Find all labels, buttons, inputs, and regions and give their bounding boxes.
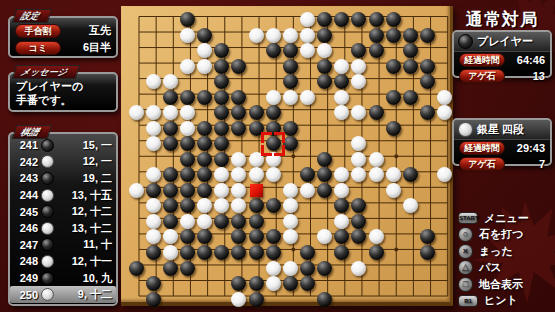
black-stone — [146, 245, 161, 260]
black-stone — [403, 43, 418, 58]
white-stone — [351, 59, 366, 74]
black-stone — [300, 276, 315, 291]
black-stone — [317, 183, 332, 198]
black-stone — [249, 198, 264, 213]
white-stone — [300, 183, 315, 198]
setting-value: 6目半 — [83, 40, 111, 55]
black-stone — [317, 152, 332, 167]
white-stone — [369, 152, 384, 167]
move-coordinate: 19, 二 — [57, 171, 112, 186]
black-stone — [163, 261, 178, 276]
black-stone — [420, 59, 435, 74]
setting-label: コミ — [15, 41, 61, 55]
white-stone — [180, 28, 195, 43]
black-stone — [386, 12, 401, 27]
white-stone — [300, 90, 315, 105]
black-stone — [420, 245, 435, 260]
kifu-move-row[interactable]: 246 13, 十二 — [10, 220, 116, 237]
white-stone — [197, 59, 212, 74]
black-stone — [317, 12, 332, 27]
kifu-move-row[interactable]: 244 13, 十五 — [10, 187, 116, 204]
control-label: 石を打つ — [479, 227, 524, 242]
white-stone — [180, 214, 195, 229]
black-stone — [369, 12, 384, 27]
black-stone — [146, 183, 161, 198]
move-number: 242 — [14, 156, 38, 168]
white-stone — [197, 214, 212, 229]
elapsed-time-row: 経過時間 64:46 — [454, 52, 550, 68]
black-stone — [300, 261, 315, 276]
white-stone — [283, 90, 298, 105]
black-stone — [214, 59, 229, 74]
time-label: 経過時間 — [459, 53, 505, 67]
move-number: 250 — [14, 289, 38, 301]
control-item[interactable]: ○石を打つ — [458, 227, 529, 244]
white-stone-icon — [41, 222, 54, 235]
black-stone — [180, 183, 195, 198]
black-stone-icon — [41, 205, 54, 218]
white-stone — [266, 28, 281, 43]
black-stone — [317, 292, 332, 307]
black-stone — [420, 28, 435, 43]
white-stone-icon — [41, 255, 54, 268]
black-stone — [283, 59, 298, 74]
message-line: 手番です。 — [10, 93, 116, 107]
white-stone — [146, 167, 161, 182]
cursor-square-marker[interactable] — [250, 184, 263, 197]
move-number: 249 — [14, 272, 38, 284]
black-stone — [231, 59, 246, 74]
white-stone — [437, 90, 452, 105]
white-stone — [231, 292, 246, 307]
black-stone — [266, 105, 281, 120]
control-label: 地合表示 — [479, 277, 523, 292]
white-stone — [283, 28, 298, 43]
black-stone — [403, 90, 418, 105]
white-stone — [146, 229, 161, 244]
black-stone-icon — [41, 238, 54, 251]
black-stone — [163, 214, 178, 229]
black-stone — [231, 90, 246, 105]
circle-button-icon: ○ — [458, 227, 473, 242]
square-button-icon: □ — [458, 277, 473, 292]
go-board[interactable] — [121, 6, 453, 306]
r1-button-icon: R1 — [458, 295, 478, 307]
black-stone — [386, 59, 401, 74]
control-item[interactable]: △パス — [458, 260, 529, 277]
white-stone — [249, 28, 264, 43]
game-screen: { "game": "go", "settings_panel": { "tit… — [0, 0, 555, 312]
move-coordinate: 13, 十二 — [57, 221, 112, 236]
move-number: 243 — [14, 172, 38, 184]
black-stone — [249, 214, 264, 229]
black-stone — [266, 43, 281, 58]
player-card-white: 銀星 四段 経過時間 29:43 アゲ石 7 — [452, 118, 552, 166]
black-stone — [197, 183, 212, 198]
white-stone — [180, 121, 195, 136]
captures-label: アゲ石 — [459, 69, 505, 83]
white-stone — [146, 121, 161, 136]
control-label: パス — [479, 260, 502, 275]
move-number: 248 — [14, 255, 38, 267]
black-stone — [403, 59, 418, 74]
white-stone — [129, 105, 144, 120]
captures-row: アゲ石 13 — [454, 68, 550, 84]
kifu-move-row[interactable]: 247 11, 十 — [10, 237, 116, 254]
black-stone — [283, 276, 298, 291]
white-stone — [386, 167, 401, 182]
start-button-icon: START — [458, 212, 478, 224]
black-stone — [249, 245, 264, 260]
controls-menu: STARTメニュー○石を打つ×まった△パス□地合表示R1ヒント — [458, 210, 529, 309]
move-coordinate: 10, 九 — [57, 271, 112, 286]
black-stone — [180, 90, 195, 105]
white-stone — [163, 105, 178, 120]
black-stone — [420, 74, 435, 89]
black-stone — [369, 245, 384, 260]
black-stone — [386, 28, 401, 43]
settings-panel-title: 設定 — [12, 9, 53, 23]
black-stone — [197, 28, 212, 43]
setting-row: コミ 6目半 — [10, 39, 116, 56]
black-stone — [163, 167, 178, 182]
setting-label: 手合割 — [15, 24, 61, 38]
message-panel: メッセージ プレイヤーの手番です。 — [8, 72, 118, 112]
black-stone — [369, 105, 384, 120]
white-stone — [283, 214, 298, 229]
black-stone — [266, 229, 281, 244]
message-panel-title: メッセージ — [12, 65, 80, 79]
white-stone — [266, 167, 281, 182]
black-stone — [283, 74, 298, 89]
white-stone-icon — [41, 288, 54, 301]
cross-button-icon: × — [458, 244, 473, 259]
black-stone-icon — [41, 172, 54, 185]
kifu-move-row[interactable]: 250 9, 十二 — [10, 286, 116, 303]
black-stone — [369, 43, 384, 58]
setting-row: 手合割 互先 — [10, 22, 116, 39]
black-stone — [197, 121, 212, 136]
captures-value: 7 — [539, 158, 545, 170]
black-stone — [214, 152, 229, 167]
black-stone — [386, 121, 401, 136]
black-stone — [317, 59, 332, 74]
black-stone — [266, 198, 281, 213]
black-stone — [403, 28, 418, 43]
black-stone-icon — [41, 272, 54, 285]
white-stone — [146, 105, 161, 120]
captures-label: アゲ石 — [459, 157, 505, 171]
white-stone — [300, 12, 315, 27]
black-stone — [180, 245, 195, 260]
black-stone — [283, 43, 298, 58]
white-stone — [163, 74, 178, 89]
white-stone — [266, 276, 281, 291]
white-stone — [386, 183, 401, 198]
kifu-move-row[interactable]: 249 10, 九 — [10, 270, 116, 287]
player-name: 銀星 四段 — [477, 122, 524, 137]
move-number: 244 — [14, 189, 38, 201]
white-stone — [300, 28, 315, 43]
control-item[interactable]: ×まった — [458, 243, 529, 260]
black-stone — [180, 12, 195, 27]
black-stone — [146, 276, 161, 291]
control-item[interactable]: STARTメニュー — [458, 210, 529, 227]
game-mode-title: 通常対局 — [455, 8, 549, 31]
white-stone — [334, 90, 349, 105]
white-stone — [146, 214, 161, 229]
move-coordinate: 9, 十二 — [57, 287, 112, 302]
white-stone — [266, 261, 281, 276]
kifu-move-row[interactable]: 241 15, 一 — [10, 137, 116, 154]
white-stone — [300, 43, 315, 58]
white-stone — [146, 198, 161, 213]
black-stone — [249, 276, 264, 291]
white-stone — [369, 229, 384, 244]
white-stone — [283, 183, 298, 198]
triangle-button-icon: △ — [458, 260, 473, 275]
white-stone — [180, 59, 195, 74]
black-stone — [180, 261, 195, 276]
black-stone — [163, 136, 178, 151]
white-stone-icon — [41, 189, 54, 202]
captures-value: 13 — [533, 70, 545, 82]
black-stone — [214, 121, 229, 136]
black-stone — [163, 90, 178, 105]
black-stone — [163, 121, 178, 136]
move-coordinate: 11, 十 — [57, 237, 112, 252]
white-stone — [146, 74, 161, 89]
move-number: 241 — [14, 139, 38, 151]
black-stone — [231, 121, 246, 136]
white-stone-icon — [41, 155, 54, 168]
move-coordinate: 12, 十二 — [57, 204, 112, 219]
white-stone — [351, 261, 366, 276]
last-move-bracket-marker — [261, 132, 285, 156]
move-number: 247 — [14, 239, 38, 251]
black-stone — [197, 152, 212, 167]
black-stone — [266, 245, 281, 260]
player-card-black: プレイヤー 経過時間 64:46 アゲ石 13 — [452, 30, 552, 78]
black-stone — [214, 90, 229, 105]
white-stone — [214, 183, 229, 198]
time-value: 64:46 — [517, 54, 545, 66]
kifu-move-row[interactable]: 248 12, 十一 — [10, 253, 116, 270]
black-stone — [300, 245, 315, 260]
move-coordinate: 15, 一 — [57, 138, 112, 153]
black-stone — [146, 292, 161, 307]
move-coordinate: 12, 十一 — [57, 254, 112, 269]
kifu-move-row[interactable]: 245 12, 十二 — [10, 203, 116, 220]
black-stone — [180, 136, 195, 151]
black-stone — [317, 261, 332, 276]
elapsed-time-row: 経過時間 29:43 — [454, 140, 550, 156]
kifu-move-row[interactable]: 243 19, 二 — [10, 170, 116, 187]
move-number: 246 — [14, 222, 38, 234]
kifu-panel: 棋譜 241 15, 一 242 12, 一 243 19, 二 244 13,… — [8, 132, 118, 306]
message-line: プレイヤーの — [10, 79, 116, 93]
settings-panel: 設定 手合割 互先 コミ 6目半 — [8, 16, 118, 58]
black-stone — [386, 90, 401, 105]
black-stone — [197, 90, 212, 105]
white-stone — [334, 59, 349, 74]
white-stone — [266, 90, 281, 105]
move-coordinate: 12, 一 — [57, 154, 112, 169]
control-item[interactable]: □地合表示 — [458, 276, 529, 293]
black-stone — [197, 245, 212, 260]
white-stone — [283, 261, 298, 276]
time-label: 経過時間 — [459, 141, 505, 155]
black-stone — [249, 292, 264, 307]
player-name-row: 銀星 四段 — [454, 120, 550, 140]
black-stone — [163, 183, 178, 198]
black-stone — [249, 105, 264, 120]
control-item[interactable]: R1ヒント — [458, 293, 529, 310]
control-label: メニュー — [484, 211, 529, 226]
white-stone — [249, 167, 264, 182]
black-stone — [369, 28, 384, 43]
control-label: まった — [479, 244, 513, 259]
black-stone-icon — [41, 139, 54, 152]
control-label: ヒント — [484, 293, 518, 308]
white-stone — [369, 167, 384, 182]
move-number: 245 — [14, 206, 38, 218]
white-stone-icon — [458, 122, 473, 137]
white-stone — [180, 105, 195, 120]
captures-row: アゲ石 7 — [454, 156, 550, 172]
time-value: 29:43 — [517, 142, 545, 154]
kifu-panel-title: 棋譜 — [12, 125, 53, 139]
black-stone — [129, 261, 144, 276]
white-stone — [334, 183, 349, 198]
black-stone — [317, 28, 332, 43]
white-stone — [129, 183, 144, 198]
move-coordinate: 13, 十五 — [57, 188, 112, 203]
black-stone-icon — [458, 34, 473, 49]
white-stone — [146, 136, 161, 151]
player-name-row: プレイヤー — [454, 32, 550, 52]
kifu-move-row[interactable]: 242 12, 一 — [10, 154, 116, 171]
black-stone — [249, 229, 264, 244]
white-stone — [163, 245, 178, 260]
black-stone — [180, 152, 195, 167]
player-name: プレイヤー — [477, 34, 533, 49]
setting-value: 互先 — [89, 23, 111, 38]
